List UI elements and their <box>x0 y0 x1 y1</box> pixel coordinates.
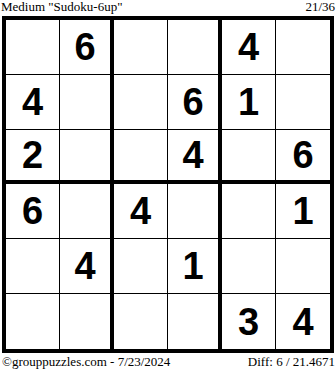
cell-r1c2: 6 <box>60 20 114 75</box>
cell-r1c6[interactable] <box>276 20 330 75</box>
puzzle-title: Medium "Sudoku-6up" <box>1 0 122 14</box>
difficulty-text: Diff: 6 / 21.4671 <box>248 355 335 369</box>
cell-r4c6: 1 <box>276 184 330 239</box>
cell-r3c2[interactable] <box>60 130 114 185</box>
cell-r2c6[interactable] <box>276 75 330 130</box>
cell-r6c5: 3 <box>222 294 276 349</box>
copyright-text: ©grouppuzzles.com - 7/23/2024 <box>2 355 170 369</box>
sudoku-board: 644612466414134 <box>2 16 334 353</box>
footer: ©grouppuzzles.com - 7/23/2024 Diff: 6 / … <box>2 355 335 369</box>
cell-r1c3[interactable] <box>114 20 168 75</box>
cell-r1c1[interactable] <box>6 20 60 75</box>
cell-r1c4[interactable] <box>168 20 222 75</box>
cell-r2c2[interactable] <box>60 75 114 130</box>
cell-r2c3[interactable] <box>114 75 168 130</box>
cell-r3c6: 6 <box>276 130 330 185</box>
puzzle-counter: 21/36 <box>305 0 335 14</box>
cell-r4c3: 4 <box>114 184 168 239</box>
cell-r6c1[interactable] <box>6 294 60 349</box>
cell-r3c3[interactable] <box>114 130 168 185</box>
cell-r5c5[interactable] <box>222 239 276 294</box>
cell-r5c4: 1 <box>168 239 222 294</box>
cell-r2c1: 4 <box>6 75 60 130</box>
header: Medium "Sudoku-6up" 21/36 <box>1 0 335 14</box>
cell-r5c3[interactable] <box>114 239 168 294</box>
cell-r4c2[interactable] <box>60 184 114 239</box>
cell-r6c4[interactable] <box>168 294 222 349</box>
cell-r3c5[interactable] <box>222 130 276 185</box>
cell-r5c6[interactable] <box>276 239 330 294</box>
cell-r6c6: 4 <box>276 294 330 349</box>
cell-r5c2: 4 <box>60 239 114 294</box>
cell-r1c5: 4 <box>222 20 276 75</box>
cell-r2c5: 1 <box>222 75 276 130</box>
cell-r4c5[interactable] <box>222 184 276 239</box>
cell-r6c3[interactable] <box>114 294 168 349</box>
puzzle-page: Medium "Sudoku-6up" 21/36 64461246641413… <box>0 0 336 370</box>
cell-r3c4: 4 <box>168 130 222 185</box>
cell-r4c4[interactable] <box>168 184 222 239</box>
cell-r4c1: 6 <box>6 184 60 239</box>
cell-r3c1: 2 <box>6 130 60 185</box>
cell-r5c1[interactable] <box>6 239 60 294</box>
cell-r2c4: 6 <box>168 75 222 130</box>
cell-r6c2[interactable] <box>60 294 114 349</box>
